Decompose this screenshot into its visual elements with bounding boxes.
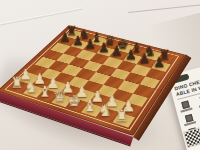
white-knight: ♞	[96, 103, 114, 119]
white-rook: ♜	[112, 107, 130, 123]
white-king: ♚	[65, 93, 82, 108]
black-pawn: ♟	[137, 51, 152, 65]
chess-board-frame: ♜♞♝♛♚♝♞♜♟♟♟♟♟♟♟♟♟♟♟♟♟♟♟♟♜♞♝♛♚♝♞♜	[0, 25, 185, 136]
board-grid: ♜♞♝♛♚♝♞♜♟♟♟♟♟♟♟♟♟♟♟♟♟♟♟♟♜♞♝♛♚♝♞♜	[9, 30, 176, 128]
photo-scene: ♜♞♝♛♚♝♞♜♟♟♟♟♟♟♟♟♟♟♟♟♟♟♟♟♜♞♝♛♚♝♞♜	[0, 0, 200, 150]
black-pawn: ♟	[151, 55, 166, 69]
black-pawn: ♟	[123, 48, 138, 62]
black-pawn: ♟	[109, 44, 124, 57]
black-pawn: ♟	[83, 37, 98, 50]
square-h1: ♜	[112, 112, 135, 127]
